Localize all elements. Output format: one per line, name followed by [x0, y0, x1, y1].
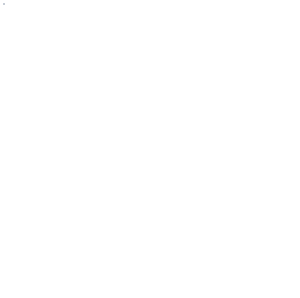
chess-set-product-photo	[0, 0, 300, 298]
frame-dashed-line	[3, 3, 5, 5]
